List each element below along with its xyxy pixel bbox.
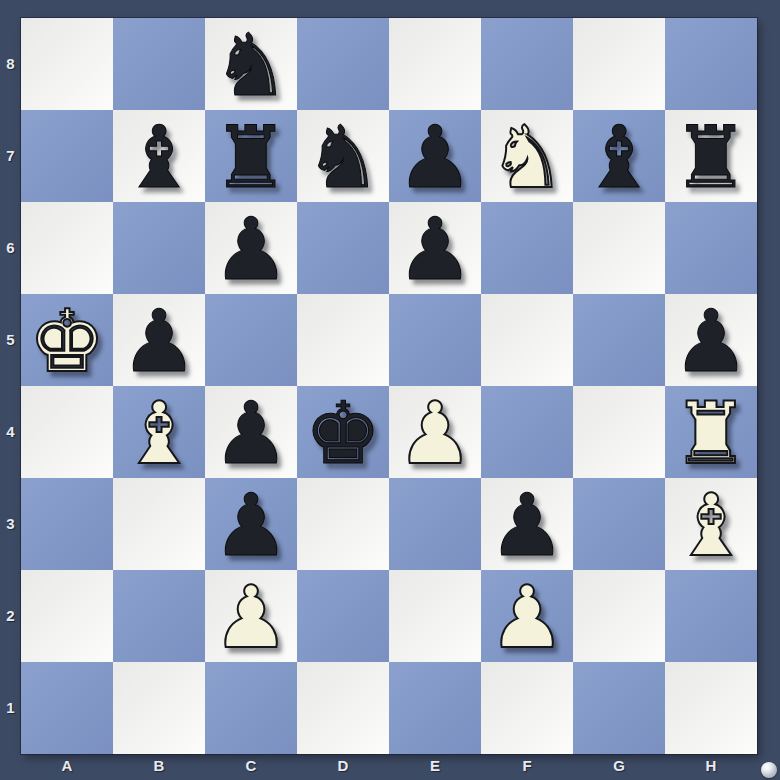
file-label-g: G (573, 754, 665, 780)
square-h2[interactable] (665, 570, 757, 662)
square-a2[interactable] (21, 570, 113, 662)
square-g4[interactable] (573, 386, 665, 478)
square-d1[interactable] (297, 662, 389, 754)
white-rook[interactable]: ♜ (665, 386, 757, 478)
square-c1[interactable] (205, 662, 297, 754)
black-pawn[interactable]: ♟ (481, 478, 573, 570)
rank-label-6: 6 (0, 202, 21, 294)
white-bishop[interactable]: ♝ (113, 386, 205, 478)
square-f1[interactable] (481, 662, 573, 754)
square-c7[interactable]: ♜ (205, 110, 297, 202)
square-f4[interactable] (481, 386, 573, 478)
square-g5[interactable] (573, 294, 665, 386)
black-bishop[interactable]: ♝ (573, 110, 665, 202)
file-label-d: D (297, 754, 389, 780)
white-king[interactable]: ♚ (21, 294, 113, 386)
square-b3[interactable] (113, 478, 205, 570)
black-pawn[interactable]: ♟ (205, 202, 297, 294)
rank-label-8: 8 (0, 18, 21, 110)
square-g8[interactable] (573, 18, 665, 110)
square-d2[interactable] (297, 570, 389, 662)
rank-label-1: 1 (0, 662, 21, 754)
square-g3[interactable] (573, 478, 665, 570)
rank-label-2: 2 (0, 570, 21, 662)
square-h1[interactable] (665, 662, 757, 754)
square-h4[interactable]: ♜ (665, 386, 757, 478)
black-rook[interactable]: ♜ (205, 110, 297, 202)
white-bishop[interactable]: ♝ (665, 478, 757, 570)
file-label-h: H (665, 754, 757, 780)
file-label-a: A (21, 754, 113, 780)
white-to-move-indicator (761, 762, 777, 778)
white-pawn[interactable]: ♟ (481, 570, 573, 662)
square-b8[interactable] (113, 18, 205, 110)
square-d7[interactable]: ♞ (297, 110, 389, 202)
square-b6[interactable] (113, 202, 205, 294)
square-d4[interactable]: ♚ (297, 386, 389, 478)
square-h6[interactable] (665, 202, 757, 294)
rank-label-7: 7 (0, 110, 21, 202)
square-a4[interactable] (21, 386, 113, 478)
square-b4[interactable]: ♝ (113, 386, 205, 478)
file-label-f: F (481, 754, 573, 780)
square-b7[interactable]: ♝ (113, 110, 205, 202)
square-c2[interactable]: ♟ (205, 570, 297, 662)
square-g6[interactable] (573, 202, 665, 294)
black-pawn[interactable]: ♟ (665, 294, 757, 386)
square-b1[interactable] (113, 662, 205, 754)
black-pawn[interactable]: ♟ (113, 294, 205, 386)
file-labels: ABCDEFGH (21, 754, 757, 780)
square-a7[interactable] (21, 110, 113, 202)
white-pawn[interactable]: ♟ (205, 570, 297, 662)
black-king[interactable]: ♚ (297, 386, 389, 478)
square-a8[interactable] (21, 18, 113, 110)
square-f6[interactable] (481, 202, 573, 294)
black-rook[interactable]: ♜ (665, 110, 757, 202)
square-f3[interactable]: ♟ (481, 478, 573, 570)
rank-label-4: 4 (0, 386, 21, 478)
square-f7[interactable]: ♞ (481, 110, 573, 202)
file-label-b: B (113, 754, 205, 780)
rank-label-5: 5 (0, 294, 21, 386)
square-g1[interactable] (573, 662, 665, 754)
square-e1[interactable] (389, 662, 481, 754)
square-c5[interactable] (205, 294, 297, 386)
square-e5[interactable] (389, 294, 481, 386)
square-e4[interactable]: ♟ (389, 386, 481, 478)
square-h8[interactable] (665, 18, 757, 110)
black-bishop[interactable]: ♝ (113, 110, 205, 202)
square-a6[interactable] (21, 202, 113, 294)
square-e7[interactable]: ♟ (389, 110, 481, 202)
square-a5[interactable]: ♚ (21, 294, 113, 386)
white-knight[interactable]: ♞ (481, 110, 573, 202)
square-d8[interactable] (297, 18, 389, 110)
black-pawn[interactable]: ♟ (389, 110, 481, 202)
square-f8[interactable] (481, 18, 573, 110)
square-f5[interactable] (481, 294, 573, 386)
square-d6[interactable] (297, 202, 389, 294)
square-e2[interactable] (389, 570, 481, 662)
rank-labels: 87654321 (0, 18, 21, 754)
square-b5[interactable]: ♟ (113, 294, 205, 386)
square-e3[interactable] (389, 478, 481, 570)
square-h3[interactable]: ♝ (665, 478, 757, 570)
square-b2[interactable] (113, 570, 205, 662)
black-knight[interactable]: ♞ (205, 18, 297, 110)
square-c6[interactable]: ♟ (205, 202, 297, 294)
chess-diagram: 87654321 ♞♝♜♞♟♞♝♜♟♟♚♟♟♝♟♚♟♜♟♟♝♟♟ ABCDEFG… (0, 0, 780, 780)
square-a3[interactable] (21, 478, 113, 570)
black-pawn[interactable]: ♟ (389, 202, 481, 294)
black-pawn[interactable]: ♟ (205, 386, 297, 478)
chess-board[interactable]: ♞♝♜♞♟♞♝♜♟♟♚♟♟♝♟♚♟♜♟♟♝♟♟ (21, 18, 757, 754)
square-h7[interactable]: ♜ (665, 110, 757, 202)
square-e6[interactable]: ♟ (389, 202, 481, 294)
square-e8[interactable] (389, 18, 481, 110)
white-pawn[interactable]: ♟ (389, 386, 481, 478)
square-a1[interactable] (21, 662, 113, 754)
square-c4[interactable]: ♟ (205, 386, 297, 478)
square-d5[interactable] (297, 294, 389, 386)
square-c8[interactable]: ♞ (205, 18, 297, 110)
black-pawn[interactable]: ♟ (205, 478, 297, 570)
file-label-e: E (389, 754, 481, 780)
square-d3[interactable] (297, 478, 389, 570)
square-g7[interactable]: ♝ (573, 110, 665, 202)
file-label-c: C (205, 754, 297, 780)
square-g2[interactable] (573, 570, 665, 662)
square-h5[interactable]: ♟ (665, 294, 757, 386)
black-knight[interactable]: ♞ (297, 110, 389, 202)
square-f2[interactable]: ♟ (481, 570, 573, 662)
square-c3[interactable]: ♟ (205, 478, 297, 570)
rank-label-3: 3 (0, 478, 21, 570)
